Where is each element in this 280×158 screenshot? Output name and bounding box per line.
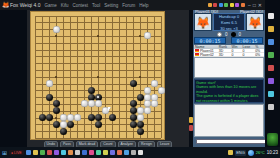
game-info-box: Handicap 0 Komi 6.5 30 sec ×3 xyxy=(213,13,245,31)
black-stone[interactable] xyxy=(109,114,116,121)
star-point xyxy=(97,76,99,78)
desktop-icon-4[interactable] xyxy=(268,52,274,58)
white-stone[interactable] xyxy=(144,87,151,94)
black-stone[interactable] xyxy=(137,94,144,101)
black-stone[interactable] xyxy=(46,114,53,121)
taskbar-app-icon-17[interactable] xyxy=(138,150,143,155)
menu-item-help[interactable]: Help xyxy=(137,3,150,8)
white-capture-count: 0 xyxy=(225,32,228,37)
titlebar-shortcut-icon-7[interactable] xyxy=(241,3,245,7)
black-stone[interactable] xyxy=(137,128,144,135)
taskbar-app-icon-14[interactable] xyxy=(117,150,122,155)
table-cell: 3D xyxy=(218,53,231,56)
black-capture-count: 0 xyxy=(239,32,242,37)
white-stone[interactable] xyxy=(137,114,144,121)
taskbar-app-icon-13[interactable] xyxy=(110,150,115,155)
table-cell: 0 xyxy=(230,53,241,56)
white-stone[interactable] xyxy=(60,121,67,128)
black-stone[interactable] xyxy=(88,114,95,121)
grid-line-h xyxy=(35,90,161,91)
grid-line-v xyxy=(161,16,162,138)
white-stone[interactable] xyxy=(53,26,60,33)
desktop-plant-image xyxy=(267,133,278,146)
titlebar-shortcut-icon-2[interactable] xyxy=(213,3,217,7)
white-stone[interactable] xyxy=(67,114,74,121)
player-table[interactable]: NameRankWinLose%Player013D000%Player023D… xyxy=(194,45,264,57)
mouse-cursor xyxy=(108,107,111,112)
titlebar-shortcut-icon-4[interactable] xyxy=(224,3,228,7)
country-flag-icon xyxy=(195,53,199,56)
taskbar-app-icon-15[interactable] xyxy=(124,150,129,155)
titlebar-shortcut-icon-5[interactable] xyxy=(230,3,234,7)
taskbar-app-icons xyxy=(26,150,143,155)
black-stone-icon xyxy=(231,32,236,37)
black-timer: 0:00:15 xyxy=(194,37,226,44)
board-frame: UndoPassMark deadCountAnalyzeResignLeave xyxy=(27,10,189,147)
tray-clock[interactable]: 10:23 xyxy=(267,150,278,155)
black-stone[interactable] xyxy=(88,87,95,94)
ime-indicator[interactable]: ENG xyxy=(235,150,246,156)
folder-icon[interactable] xyxy=(228,150,233,155)
desktop-icon-6[interactable] xyxy=(268,78,274,84)
taskbar-app-icon-12[interactable] xyxy=(103,150,108,155)
white-stone[interactable] xyxy=(151,100,158,107)
taskbar-app-icon-16[interactable] xyxy=(131,150,136,155)
window-controls: –□✕ xyxy=(247,3,263,8)
taskbar-app-icon-9[interactable] xyxy=(82,150,87,155)
taskbar-app-icon-1[interactable] xyxy=(26,150,31,155)
menu-item-forum[interactable]: Forum xyxy=(120,3,137,8)
white-stone[interactable] xyxy=(88,100,95,107)
table-cell: 0 xyxy=(242,49,255,52)
close-button[interactable]: ✕ xyxy=(257,3,263,8)
star-point xyxy=(139,35,141,37)
white-stone-icon xyxy=(217,32,222,37)
black-stone[interactable] xyxy=(130,121,137,128)
system-message: The game is forfeited if a player does n… xyxy=(196,94,262,103)
star-point xyxy=(139,76,141,78)
taskbar-app-icon-3[interactable] xyxy=(40,150,45,155)
grid-line-v xyxy=(119,16,120,138)
titlebar-shortcut-icon-6[interactable] xyxy=(235,3,239,7)
taskbar-app-icon-4[interactable] xyxy=(47,150,52,155)
taskbar-app-icon-2[interactable] xyxy=(33,150,38,155)
status-chip[interactable]: ● LIVE xyxy=(9,150,24,155)
system-message: Games with less than 10 moves are invali… xyxy=(196,85,262,94)
desktop-icon-2[interactable] xyxy=(268,26,274,32)
info-handicap: Handicap 0 xyxy=(214,14,244,19)
black-stone[interactable] xyxy=(53,121,60,128)
desktop-icon-1[interactable] xyxy=(268,13,274,19)
white-stone[interactable] xyxy=(151,80,158,87)
black-stone[interactable] xyxy=(60,128,67,135)
desktop-icon-7[interactable] xyxy=(268,91,274,97)
move-list-box[interactable] xyxy=(194,57,264,78)
black-stone[interactable] xyxy=(39,114,46,121)
grid-line-h xyxy=(35,84,161,85)
white-stone[interactable] xyxy=(60,114,67,121)
black-stone[interactable] xyxy=(130,114,137,121)
black-stone[interactable] xyxy=(137,121,144,128)
taskbar-app-icon-11[interactable] xyxy=(96,150,101,155)
star-point xyxy=(55,35,57,37)
taskbar: ⊞ ● LIVE ENG 26°C 10:23 xyxy=(0,147,280,158)
titlebar-shortcut-icon-3[interactable] xyxy=(219,3,223,7)
white-stone[interactable] xyxy=(74,114,81,121)
star-point xyxy=(97,35,99,37)
desktop-area xyxy=(265,0,280,147)
table-cell: 0 xyxy=(242,53,255,56)
white-stone[interactable] xyxy=(144,107,151,114)
desktop-icon-5[interactable] xyxy=(268,65,274,71)
black-stone[interactable] xyxy=(46,94,53,101)
window-title: Fox Weiqi 4.0 xyxy=(10,2,40,8)
white-stone[interactable] xyxy=(144,32,151,39)
grid-line-h xyxy=(35,138,161,139)
white-player-avatar[interactable]: 🦊 xyxy=(246,13,264,31)
system-tray: ENG 26°C 10:23 xyxy=(228,150,278,156)
black-player-avatar[interactable]: 🦊 xyxy=(194,13,212,31)
grid-line-v xyxy=(126,16,127,138)
sticker-thumb-2[interactable] xyxy=(189,125,193,131)
white-stone[interactable] xyxy=(158,87,165,94)
system-message-box: Game start!Games with less than 10 moves… xyxy=(194,79,264,103)
desktop-icon-8[interactable] xyxy=(268,104,274,110)
taskbar-app-icon-7[interactable] xyxy=(68,150,73,155)
table-cell: Player01 xyxy=(194,49,218,52)
chat-display[interactable] xyxy=(194,104,264,137)
white-stone[interactable] xyxy=(46,80,53,87)
info-byoyomi: 30 sec ×3 xyxy=(214,26,244,31)
white-stone[interactable] xyxy=(81,100,88,107)
desktop-icon-3[interactable] xyxy=(268,39,274,45)
go-board[interactable] xyxy=(30,11,165,140)
table-cell: 3D xyxy=(218,49,231,52)
table-cell: 0% xyxy=(254,49,264,52)
menu-item-game[interactable]: Game xyxy=(42,3,58,8)
tray-temperature: 26°C xyxy=(256,150,265,155)
menu-item-tool[interactable]: Tool xyxy=(90,3,102,8)
start-button[interactable]: ⊞ xyxy=(2,150,7,156)
menu-bar: GameKifuContestToolSettingForumHelp xyxy=(42,3,150,8)
black-stone[interactable] xyxy=(67,121,74,128)
taskbar-app-icon-5[interactable] xyxy=(54,150,59,155)
star-point xyxy=(55,76,57,78)
chat-input-row: Send xyxy=(194,138,264,144)
grid-line-v xyxy=(105,16,106,138)
fox-logo-icon: 🦊 xyxy=(2,2,8,8)
info-komi: Komi 6.5 xyxy=(214,20,244,25)
title-bar: 🦊 Fox Weiqi 4.0 GameKifuContestToolSetti… xyxy=(0,0,265,10)
game-panel: Player01 [3D] Player02 [3D] 🦊 🦊 Handicap… xyxy=(193,10,265,147)
black-stone[interactable] xyxy=(130,80,137,87)
weather-icon[interactable] xyxy=(248,150,254,156)
taskbar-app-icon-8[interactable] xyxy=(75,150,80,155)
titlebar-shortcut-icon-1[interactable] xyxy=(208,3,212,7)
black-stone[interactable] xyxy=(95,114,102,121)
titlebar-icon-row xyxy=(208,3,245,7)
sticker-thumb-1[interactable] xyxy=(189,117,193,123)
taskbar-app-icon-6[interactable] xyxy=(61,150,66,155)
grid-line-v xyxy=(154,16,155,138)
taskbar-app-icon-10[interactable] xyxy=(89,150,94,155)
table-cell: Player02 xyxy=(194,53,218,56)
white-stone[interactable] xyxy=(95,100,102,107)
table-cell: 0% xyxy=(254,53,264,56)
star-point xyxy=(55,117,57,119)
black-stone[interactable] xyxy=(53,107,60,114)
black-stone[interactable] xyxy=(95,121,102,128)
menu-item-contest[interactable]: Contest xyxy=(71,3,91,8)
table-cell: 0 xyxy=(230,49,241,52)
menu-item-kifu[interactable]: Kifu xyxy=(59,3,71,8)
country-flag-icon xyxy=(195,49,199,52)
white-timer: 0:00:15 xyxy=(231,37,263,44)
menu-item-setting[interactable]: Setting xyxy=(102,3,120,8)
